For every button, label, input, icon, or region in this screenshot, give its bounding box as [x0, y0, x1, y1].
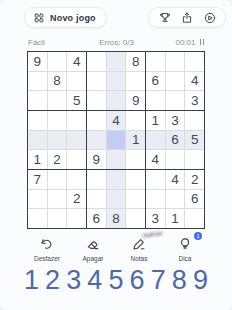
- cell-r1c9[interactable]: [185, 52, 204, 71]
- cell-r3c4[interactable]: [87, 91, 106, 110]
- cell-r2c4[interactable]: [87, 72, 106, 91]
- cell-r6c4[interactable]: 9: [87, 150, 106, 169]
- cell-r7c1[interactable]: 7: [28, 170, 47, 189]
- cell-r7c4[interactable]: [87, 170, 106, 189]
- cell-r1c4[interactable]: [87, 52, 106, 71]
- cell-r2c5[interactable]: [107, 72, 126, 91]
- trophy-icon[interactable]: [158, 11, 172, 25]
- cell-r7c5[interactable]: [107, 170, 126, 189]
- cell-r9c6[interactable]: [126, 209, 145, 228]
- notes-button[interactable]: Inativas Notas: [119, 236, 159, 262]
- toolbar: Desfazer Apagar Inativas Notas 1 Dica: [27, 236, 205, 262]
- undo-button[interactable]: Desfazer: [27, 236, 67, 262]
- undo-icon: [39, 236, 55, 252]
- cell-r2c1[interactable]: [28, 72, 47, 91]
- undo-label: Desfazer: [34, 255, 60, 262]
- cell-r6c2[interactable]: 2: [48, 150, 67, 169]
- cell-r5c7[interactable]: [146, 131, 165, 150]
- hint-count-badge: 1: [194, 232, 202, 240]
- lightbulb-icon: [177, 236, 193, 252]
- cell-r6c1[interactable]: 1: [28, 150, 47, 169]
- cell-r3c9[interactable]: 3: [185, 91, 204, 110]
- cell-r3c3[interactable]: 5: [67, 91, 86, 110]
- cell-r8c3[interactable]: 2: [67, 190, 86, 209]
- cell-r3c6[interactable]: 9: [126, 91, 145, 110]
- sudoku-app: Novo jogo Fácil Erros: 0/3 00:01: [0, 0, 232, 310]
- share-icon[interactable]: [180, 11, 194, 25]
- numpad-9[interactable]: 9: [193, 266, 208, 295]
- hint-label: Dica: [178, 255, 191, 262]
- cell-r9c5[interactable]: 8: [107, 209, 126, 228]
- cell-r6c7[interactable]: 4: [146, 150, 165, 169]
- cell-r5c4[interactable]: [87, 131, 106, 150]
- hint-button[interactable]: 1 Dica: [165, 236, 205, 262]
- cell-r7c8[interactable]: 4: [166, 170, 185, 189]
- cell-r7c3[interactable]: [67, 170, 86, 189]
- cell-r8c2[interactable]: [48, 190, 67, 209]
- new-game-button[interactable]: Novo jogo: [24, 7, 107, 28]
- cell-r1c6[interactable]: 8: [126, 52, 145, 71]
- cell-r5c2[interactable]: [48, 131, 67, 150]
- cell-r7c9[interactable]: 2: [185, 170, 204, 189]
- cell-r4c2[interactable]: [48, 111, 67, 130]
- notes-inactive-badge: Inativas: [141, 229, 165, 239]
- cell-r1c5[interactable]: [107, 52, 126, 71]
- cell-r9c7[interactable]: 3: [146, 209, 165, 228]
- cell-r3c8[interactable]: [166, 91, 185, 110]
- cell-r7c7[interactable]: [146, 170, 165, 189]
- cell-r1c8[interactable]: [166, 52, 185, 71]
- cell-r4c1[interactable]: [28, 111, 47, 130]
- cell-r3c2[interactable]: [48, 91, 67, 110]
- cell-r4c7[interactable]: 1: [146, 111, 165, 130]
- cell-r1c7[interactable]: [146, 52, 165, 71]
- new-game-label: Novo jogo: [50, 13, 96, 23]
- cell-r8c8[interactable]: [166, 190, 185, 209]
- erase-button[interactable]: Apagar: [73, 236, 113, 262]
- cell-r2c8[interactable]: [166, 72, 185, 91]
- cell-r6c6[interactable]: [126, 150, 145, 169]
- cell-r4c4[interactable]: [87, 111, 106, 130]
- numpad-1[interactable]: 1: [24, 266, 39, 295]
- cell-r4c5[interactable]: 4: [107, 111, 126, 130]
- cell-r1c2[interactable]: [48, 52, 67, 71]
- cell-r6c5[interactable]: [107, 150, 126, 169]
- cell-r7c6[interactable]: [126, 170, 145, 189]
- notes-label: Notas: [131, 255, 148, 262]
- cell-r4c3[interactable]: [67, 111, 86, 130]
- cell-r2c6[interactable]: [126, 72, 145, 91]
- top-bar: Novo jogo: [0, 7, 232, 29]
- cell-r3c7[interactable]: [146, 91, 165, 110]
- numpad-5[interactable]: 5: [108, 266, 123, 295]
- sudoku-board: 9488645934131651294742266831: [27, 51, 205, 229]
- numpad: 123456789: [24, 266, 208, 295]
- cell-r5c3[interactable]: [67, 131, 86, 150]
- numpad-6[interactable]: 6: [130, 266, 145, 295]
- cell-r9c2[interactable]: [48, 209, 67, 228]
- cell-r2c2[interactable]: 8: [48, 72, 67, 91]
- numpad-2[interactable]: 2: [45, 266, 60, 295]
- cell-r3c5[interactable]: [107, 91, 126, 110]
- cell-r8c5[interactable]: [107, 190, 126, 209]
- cell-r6c9[interactable]: [185, 150, 204, 169]
- cell-r9c8[interactable]: 1: [166, 209, 185, 228]
- cell-r5c6[interactable]: 1: [126, 131, 145, 150]
- numpad-3[interactable]: 3: [66, 266, 81, 295]
- cell-r2c7[interactable]: 6: [146, 72, 165, 91]
- cell-r2c9[interactable]: 4: [185, 72, 204, 91]
- eraser-icon: [85, 236, 101, 252]
- cell-r7c2[interactable]: [48, 170, 67, 189]
- errors-counter: Erros: 0/3: [28, 38, 205, 47]
- cell-r2c3[interactable]: [67, 72, 86, 91]
- cell-r4c9[interactable]: [185, 111, 204, 130]
- cell-r8c7[interactable]: [146, 190, 165, 209]
- cell-r8c6[interactable]: [126, 190, 145, 209]
- cell-r1c1[interactable]: 9: [28, 52, 47, 71]
- cell-r9c4[interactable]: 6: [87, 209, 106, 228]
- cell-r5c1[interactable]: [28, 131, 47, 150]
- cell-r9c1[interactable]: [28, 209, 47, 228]
- cell-r8c4[interactable]: [87, 190, 106, 209]
- cell-r8c1[interactable]: [28, 190, 47, 209]
- cell-r3c1[interactable]: [28, 91, 47, 110]
- cell-r4c8[interactable]: 3: [166, 111, 185, 130]
- erase-label: Apagar: [83, 255, 104, 262]
- cell-r6c3[interactable]: [67, 150, 86, 169]
- cell-r6c8[interactable]: [166, 150, 185, 169]
- grid-icon: [33, 12, 45, 24]
- play-circle-icon[interactable]: [203, 11, 217, 25]
- cell-r9c9[interactable]: [185, 209, 204, 228]
- header-actions: [148, 7, 226, 28]
- numpad-7[interactable]: 7: [151, 266, 166, 295]
- cell-r5c5[interactable]: [107, 131, 126, 150]
- cell-r5c8[interactable]: 6: [166, 131, 185, 150]
- numpad-4[interactable]: 4: [87, 266, 102, 295]
- numpad-8[interactable]: 8: [172, 266, 187, 295]
- cell-r5c9[interactable]: 5: [185, 131, 204, 150]
- cell-r1c3[interactable]: 4: [67, 52, 86, 71]
- cell-r9c3[interactable]: [67, 209, 86, 228]
- stats-row: Fácil Erros: 0/3 00:01: [28, 37, 205, 47]
- cell-r4c6[interactable]: [126, 111, 145, 130]
- cell-r8c9[interactable]: 6: [185, 190, 204, 209]
